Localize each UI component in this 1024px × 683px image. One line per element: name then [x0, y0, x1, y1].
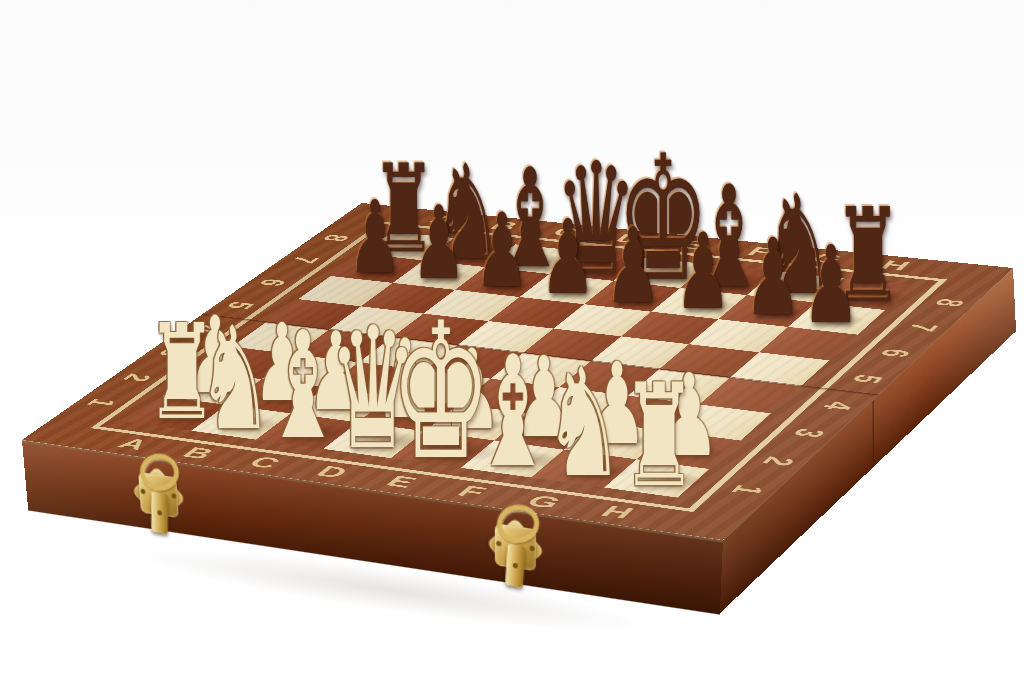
clasp-screw: [140, 489, 145, 495]
coord-label-E: E: [676, 238, 714, 253]
coord-label-G: G: [806, 251, 848, 267]
coord-label-3: 3: [149, 347, 193, 358]
coord-label-7: 7: [283, 255, 326, 265]
clasp-screw: [513, 563, 518, 569]
clasp-screw: [171, 493, 176, 499]
coord-label-D: D: [610, 231, 650, 246]
coord-label-6: 6: [870, 347, 918, 359]
clasp-screw: [496, 541, 501, 547]
coord-label-4: 4: [184, 324, 228, 335]
coord-label-8: 8: [925, 297, 972, 308]
coord-label-4: 4: [813, 399, 863, 412]
coord-label-H: H: [876, 258, 916, 274]
board-squares: [127, 232, 913, 498]
coord-label-A: A: [111, 435, 155, 453]
coord-label-5: 5: [842, 373, 891, 385]
coord-label-6: 6: [250, 277, 293, 287]
coord-label-1: 1: [721, 483, 772, 497]
coord-label-F: F: [742, 245, 778, 260]
coord-label-5: 5: [217, 300, 261, 311]
coord-label-1: 1: [78, 397, 123, 409]
clasp-screw: [530, 545, 535, 551]
coord-label-E: E: [380, 473, 423, 492]
coord-label-7: 7: [898, 322, 946, 334]
coord-label-D: D: [310, 463, 355, 482]
coord-label-C: C: [242, 453, 287, 472]
coord-label-2: 2: [752, 455, 803, 469]
fold-seam-side: [872, 400, 874, 469]
coord-label-H: H: [595, 502, 641, 522]
coord-label-F: F: [451, 483, 493, 502]
coord-label-B: B: [485, 219, 524, 233]
coord-label-3: 3: [783, 427, 833, 440]
clasp-screw: [157, 510, 162, 516]
coord-label-A: A: [424, 213, 463, 227]
coord-label-8: 8: [314, 233, 356, 243]
coord-label-C: C: [547, 225, 586, 240]
product-photo-stage: AABBCCDDEEFFGGHH8877665544332211 ♜♞♝♛♚♝♞…: [0, 0, 1024, 683]
coord-label-2: 2: [114, 372, 159, 384]
coord-label-B: B: [176, 444, 221, 463]
